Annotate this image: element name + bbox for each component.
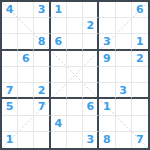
cell-r5c6-empty[interactable]: [83, 67, 99, 83]
cell-r5c5-empty[interactable]: [67, 67, 83, 83]
cell-r4c5-empty[interactable]: [67, 51, 83, 67]
cell-r6c6-empty[interactable]: [83, 83, 99, 99]
cell-r2c4-empty[interactable]: [51, 18, 67, 34]
cell-r7c6-given-6[interactable]: 6: [83, 99, 99, 115]
cell-r5c7-empty[interactable]: [99, 67, 115, 83]
cell-r1c8-empty[interactable]: [116, 2, 132, 18]
cell-r5c1-empty[interactable]: [2, 67, 18, 83]
cell-r7c1-given-5[interactable]: 5: [2, 99, 18, 115]
cell-r3c6-empty[interactable]: [83, 34, 99, 50]
cell-r8c4-given-4[interactable]: 4: [51, 116, 67, 132]
cell-r5c9-empty[interactable]: [132, 67, 148, 83]
cell-r1c5-empty[interactable]: [67, 2, 83, 18]
cell-r1c2-empty[interactable]: [18, 2, 34, 18]
cell-r8c9-empty[interactable]: [132, 116, 148, 132]
cell-r6c8-given-3[interactable]: 3: [116, 83, 132, 99]
cell-r2c5-empty[interactable]: [67, 18, 83, 34]
cell-r8c6-empty[interactable]: [83, 116, 99, 132]
cell-r9c8-empty[interactable]: [116, 132, 132, 148]
cell-r6c1-given-7[interactable]: 7: [2, 83, 18, 99]
cell-r4c1-empty[interactable]: [2, 51, 18, 67]
cell-r1c6-empty[interactable]: [83, 2, 99, 18]
cell-r9c7-given-8[interactable]: 8: [99, 132, 115, 148]
cell-r1c3-given-3[interactable]: 3: [34, 2, 50, 18]
cell-r9c4-empty[interactable]: [51, 132, 67, 148]
cell-r6c3-given-2[interactable]: 2: [34, 83, 50, 99]
cell-r6c5-empty[interactable]: [67, 83, 83, 99]
cell-r8c8-empty[interactable]: [116, 116, 132, 132]
cell-r8c1-empty[interactable]: [2, 116, 18, 132]
cell-r2c3-empty[interactable]: [34, 18, 50, 34]
cell-r6c2-empty[interactable]: [18, 83, 34, 99]
cell-r5c4-empty[interactable]: [51, 67, 67, 83]
cell-r3c8-empty[interactable]: [116, 34, 132, 50]
cell-r4c4-empty[interactable]: [51, 51, 67, 67]
cell-r7c3-given-7[interactable]: 7: [34, 99, 50, 115]
cell-r6c7-empty[interactable]: [99, 83, 115, 99]
cell-r8c3-empty[interactable]: [34, 116, 50, 132]
cell-r1c1-given-4[interactable]: 4: [2, 2, 18, 18]
cell-r7c2-empty[interactable]: [18, 99, 34, 115]
cell-r1c9-given-6[interactable]: 6: [132, 2, 148, 18]
cell-r3c7-given-3[interactable]: 3: [99, 34, 115, 50]
cell-r2c7-empty[interactable]: [99, 18, 115, 34]
cell-r7c4-empty[interactable]: [51, 99, 67, 115]
cell-r4c6-empty[interactable]: [83, 51, 99, 67]
cell-r9c1-given-1[interactable]: 1: [2, 132, 18, 148]
cell-r3c3-given-8[interactable]: 8: [34, 34, 50, 50]
cell-r7c8-empty[interactable]: [116, 99, 132, 115]
cell-r8c7-empty[interactable]: [99, 116, 115, 132]
cell-r8c2-empty[interactable]: [18, 116, 34, 132]
cell-r3c5-empty[interactable]: [67, 34, 83, 50]
cell-r2c9-empty[interactable]: [132, 18, 148, 34]
cell-r9c9-given-7[interactable]: 7: [132, 132, 148, 148]
cell-r3c1-empty[interactable]: [2, 34, 18, 50]
cell-r9c6-given-3[interactable]: 3: [83, 132, 99, 148]
cell-r3c4-given-6[interactable]: 6: [51, 34, 67, 50]
sudoku-board: 431628631692723576141387: [0, 0, 150, 150]
cell-r9c3-empty[interactable]: [34, 132, 50, 148]
sudoku-grid: 431628631692723576141387: [2, 2, 148, 148]
cell-r3c2-empty[interactable]: [18, 34, 34, 50]
cell-r5c2-empty[interactable]: [18, 67, 34, 83]
cell-r4c3-empty[interactable]: [34, 51, 50, 67]
cell-r1c4-given-1[interactable]: 1: [51, 2, 67, 18]
cell-r3c9-given-1[interactable]: 1: [132, 34, 148, 50]
cell-r4c2-given-6[interactable]: 6: [18, 51, 34, 67]
cell-r5c8-empty[interactable]: [116, 67, 132, 83]
cell-r7c9-empty[interactable]: [132, 99, 148, 115]
cell-r2c1-empty[interactable]: [2, 18, 18, 34]
cell-r7c5-empty[interactable]: [67, 99, 83, 115]
cell-r8c5-empty[interactable]: [67, 116, 83, 132]
cell-r6c9-empty[interactable]: [132, 83, 148, 99]
cell-r7c7-given-1[interactable]: 1: [99, 99, 115, 115]
cell-r2c2-empty[interactable]: [18, 18, 34, 34]
cell-r4c8-empty[interactable]: [116, 51, 132, 67]
cell-r6c4-empty[interactable]: [51, 83, 67, 99]
cell-r9c2-empty[interactable]: [18, 132, 34, 148]
cell-r4c9-given-2[interactable]: 2: [132, 51, 148, 67]
cell-r1c7-empty[interactable]: [99, 2, 115, 18]
cell-r4c7-given-9[interactable]: 9: [99, 51, 115, 67]
cell-r9c5-empty[interactable]: [67, 132, 83, 148]
cell-r2c6-given-2[interactable]: 2: [83, 18, 99, 34]
cell-r2c8-empty[interactable]: [116, 18, 132, 34]
cell-r5c3-empty[interactable]: [34, 67, 50, 83]
